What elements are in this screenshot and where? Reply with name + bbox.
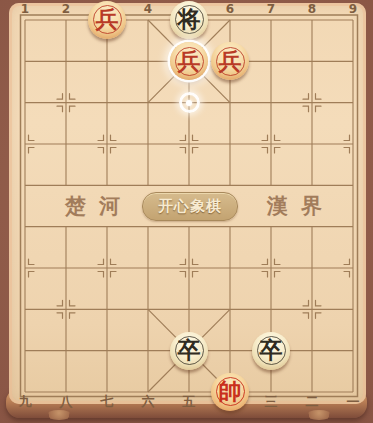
last-move-origin-marker (179, 92, 200, 113)
piece-character: 帥 (219, 379, 242, 402)
piece-character: 卒 (260, 338, 283, 361)
piece-character: 兵 (219, 49, 242, 72)
piece-red-soldier[interactable]: 兵 (211, 42, 249, 80)
piece-black-general[interactable]: 将 (170, 1, 208, 39)
piece-red-soldier[interactable]: 兵 (88, 1, 126, 39)
piece-black-soldier[interactable]: 卒 (170, 332, 208, 370)
piece-character: 卒 (178, 338, 201, 361)
piece-red-soldier[interactable]: 兵 (170, 42, 208, 80)
piece-layer[interactable]: 兵将兵兵卒卒帥 (5, 0, 373, 413)
xiangqi-board-screen: 123456789 九八七六五四三二一 楚河 漢界 开心象棋 兵将兵兵卒卒帥 (0, 0, 373, 423)
piece-red-general[interactable]: 帥 (211, 373, 249, 411)
piece-black-soldier[interactable]: 卒 (252, 332, 290, 370)
piece-character: 兵 (178, 49, 201, 72)
piece-character: 将 (178, 7, 201, 30)
piece-character: 兵 (96, 7, 119, 30)
